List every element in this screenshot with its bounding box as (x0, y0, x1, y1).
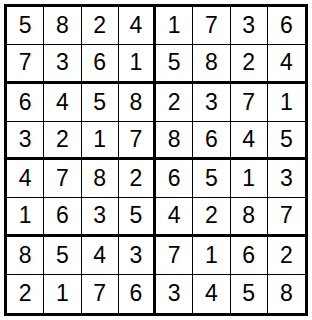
cell-r4c4: 7 (119, 122, 156, 160)
cell-r8c5: 3 (156, 275, 193, 313)
cell-r7c7: 6 (231, 237, 268, 275)
cell-r4c7: 4 (231, 122, 268, 160)
cell-r5c2: 7 (44, 160, 81, 198)
cell-r6c5: 4 (156, 198, 193, 236)
cell-r1c5: 1 (156, 7, 193, 45)
cell-r5c7: 1 (231, 160, 268, 198)
cell-r8c1: 2 (7, 275, 44, 313)
cell-r2c6: 8 (193, 45, 230, 83)
cell-r4c3: 1 (82, 122, 119, 160)
cell-r6c4: 5 (119, 198, 156, 236)
cell-r1c2: 8 (44, 7, 81, 45)
cell-r1c7: 3 (231, 7, 268, 45)
cell-r1c3: 2 (82, 7, 119, 45)
cell-r7c4: 3 (119, 237, 156, 275)
cell-r5c8: 3 (268, 160, 305, 198)
sudoku-board: 5824173673615824645823713217864547826513… (4, 4, 308, 316)
cell-r2c3: 6 (82, 45, 119, 83)
cell-r1c4: 4 (119, 7, 156, 45)
cell-r2c2: 3 (44, 45, 81, 83)
cell-r4c2: 2 (44, 122, 81, 160)
cell-r2c4: 1 (119, 45, 156, 83)
cell-r3c1: 6 (7, 84, 44, 122)
cell-r2c7: 2 (231, 45, 268, 83)
cell-r1c8: 6 (268, 7, 305, 45)
cell-r3c7: 7 (231, 84, 268, 122)
cell-r6c7: 8 (231, 198, 268, 236)
cell-r5c1: 4 (7, 160, 44, 198)
cell-r5c5: 6 (156, 160, 193, 198)
cell-r3c8: 1 (268, 84, 305, 122)
cell-r4c5: 8 (156, 122, 193, 160)
cell-r7c6: 1 (193, 237, 230, 275)
cell-r6c8: 7 (268, 198, 305, 236)
cell-r8c2: 1 (44, 275, 81, 313)
cell-r7c5: 7 (156, 237, 193, 275)
cell-r6c6: 2 (193, 198, 230, 236)
cell-r8c7: 5 (231, 275, 268, 313)
cell-r6c3: 3 (82, 198, 119, 236)
cell-r3c2: 4 (44, 84, 81, 122)
cell-r3c3: 5 (82, 84, 119, 122)
cell-r3c5: 2 (156, 84, 193, 122)
cell-r8c4: 6 (119, 275, 156, 313)
cell-r2c8: 4 (268, 45, 305, 83)
cell-r1c1: 5 (7, 7, 44, 45)
cell-r5c3: 8 (82, 160, 119, 198)
cell-r4c1: 3 (7, 122, 44, 160)
cell-r8c8: 8 (268, 275, 305, 313)
cell-r8c6: 4 (193, 275, 230, 313)
screen: 5824173673615824645823713217864547826513… (0, 0, 312, 320)
cell-r5c6: 5 (193, 160, 230, 198)
cell-r8c3: 7 (82, 275, 119, 313)
cell-r4c6: 6 (193, 122, 230, 160)
cell-r3c6: 3 (193, 84, 230, 122)
cell-r2c1: 7 (7, 45, 44, 83)
cell-r7c3: 4 (82, 237, 119, 275)
cell-r7c2: 5 (44, 237, 81, 275)
cell-r7c8: 2 (268, 237, 305, 275)
cell-r1c6: 7 (193, 7, 230, 45)
cell-r5c4: 2 (119, 160, 156, 198)
cell-r3c4: 8 (119, 84, 156, 122)
cell-r6c1: 1 (7, 198, 44, 236)
cell-r2c5: 5 (156, 45, 193, 83)
cell-r6c2: 6 (44, 198, 81, 236)
cell-r4c8: 5 (268, 122, 305, 160)
cell-r7c1: 8 (7, 237, 44, 275)
